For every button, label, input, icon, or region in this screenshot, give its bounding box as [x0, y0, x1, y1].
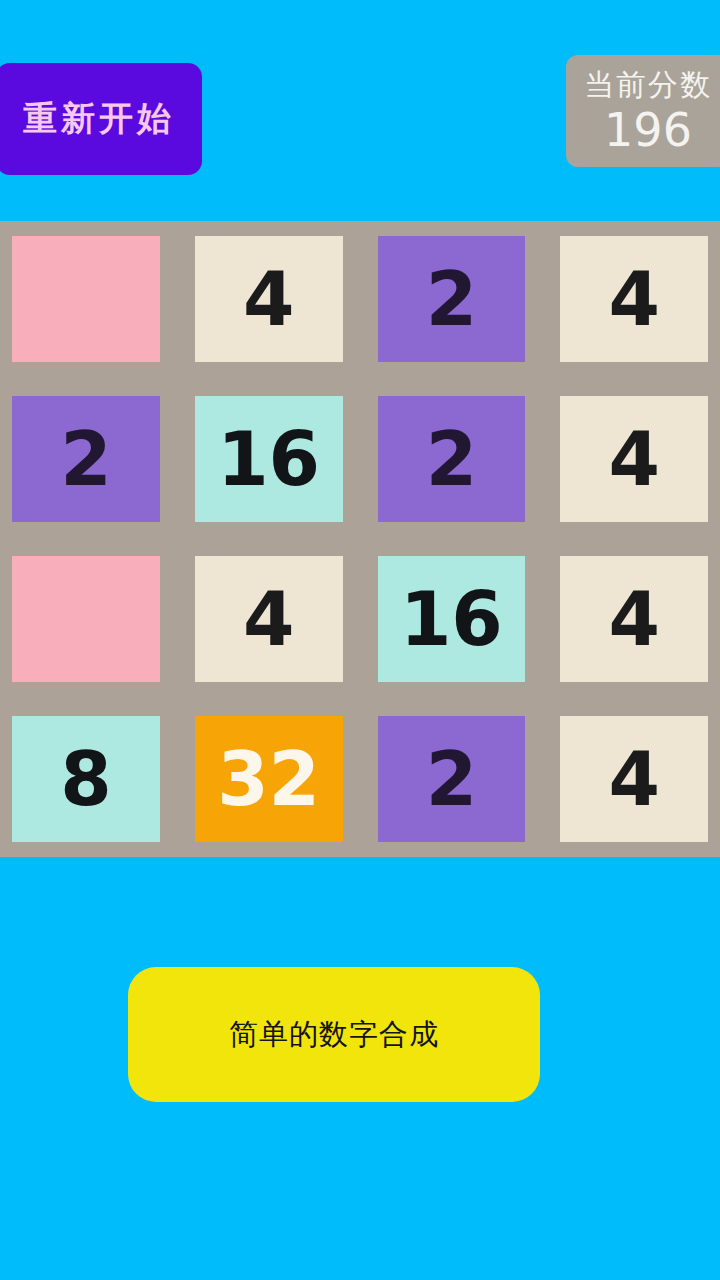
tile-8: 8: [12, 716, 160, 842]
restart-button[interactable]: 重新开始: [0, 63, 202, 175]
tile-4: 4: [560, 396, 708, 522]
game-title-button[interactable]: 简单的数字合成: [128, 967, 540, 1102]
tile-4: 4: [560, 556, 708, 682]
tile-4: 4: [195, 236, 343, 362]
tile-16: 16: [378, 556, 526, 682]
score-label: 当前分数: [584, 66, 712, 104]
score-value: 196: [604, 104, 692, 156]
tile-2: 2: [378, 716, 526, 842]
empty-cell: [12, 236, 160, 362]
tile-2: 2: [378, 396, 526, 522]
tile-4: 4: [560, 236, 708, 362]
tile-16: 16: [195, 396, 343, 522]
score-panel: 当前分数 196: [566, 55, 720, 167]
tile-2: 2: [12, 396, 160, 522]
tile-2: 2: [378, 236, 526, 362]
tile-32: 32: [195, 716, 343, 842]
empty-cell: [12, 556, 160, 682]
tile-4: 4: [195, 556, 343, 682]
restart-button-label: 重新开始: [23, 96, 175, 142]
app-screen: { "game": "2048 (4x4 number-merge puzzle…: [0, 0, 720, 1280]
game-title-label: 简单的数字合成: [229, 1015, 439, 1055]
board[interactable]: 42421624416483224: [0, 221, 720, 857]
tile-4: 4: [560, 716, 708, 842]
